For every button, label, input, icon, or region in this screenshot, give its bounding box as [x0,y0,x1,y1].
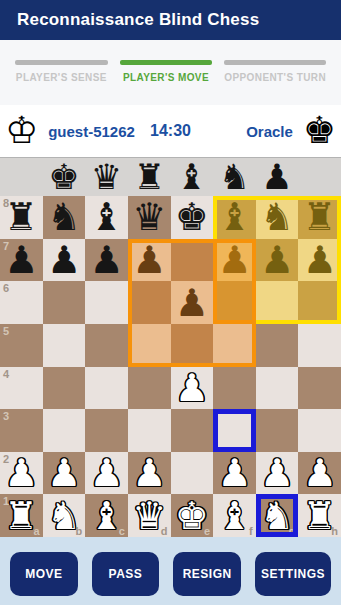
square-f5[interactable] [213,324,256,367]
tab-progress-bar-active [120,60,213,65]
piece-black-pawn: ♟ [90,241,124,279]
piece-black-pawn: ♟ [47,241,81,279]
square-d5[interactable] [128,324,171,367]
rank-label-6: 6 [3,282,9,294]
file-label-e: e [204,525,210,537]
piece-black-knight: ♞ [47,198,81,236]
file-label-d: d [161,525,168,537]
square-c1[interactable]: c♝ [85,494,128,537]
square-f1[interactable]: f♝ [213,494,256,537]
black-king-icon: ♚ [303,111,336,151]
square-e7[interactable] [171,239,214,282]
tab-progress-bar [224,60,326,65]
tray-piece-queen[interactable]: ♛ [85,158,128,196]
square-a2[interactable]: 2♟ [0,452,43,495]
square-g2[interactable]: ♟ [256,452,299,495]
piece-black-bishop: ♝ [90,198,124,236]
square-h6[interactable] [298,281,341,324]
square-b3[interactable] [43,409,86,452]
piece-white-pawn: ♟ [260,454,294,492]
square-d4[interactable] [128,367,171,410]
square-f6[interactable] [213,281,256,324]
piece-white-pawn: ♟ [217,454,251,492]
square-g4[interactable] [256,367,299,410]
square-b5[interactable] [43,324,86,367]
square-a6[interactable]: 6 [0,281,43,324]
rank-label-8: 8 [3,197,9,209]
black-player-group: Oracle ♚ [191,111,336,151]
square-h3[interactable] [298,409,341,452]
piece-white-pawn: ♟ [175,369,209,407]
square-c7[interactable]: ♟ [85,239,128,282]
piece-white-bishop: ♝ [217,497,251,535]
square-c4[interactable] [85,367,128,410]
piece-black-king: ♚ [175,198,209,236]
square-f2[interactable]: ♟ [213,452,256,495]
rank-label-1: 1 [3,495,9,507]
square-f8[interactable]: ♝ [213,196,256,239]
square-g5[interactable] [256,324,299,367]
white-player-name: guest-51262 [48,123,135,140]
black-player-name: Oracle [246,123,293,140]
piece-black-rook: ♜ [4,198,38,236]
piece-black-pawn: ♟ [217,241,251,279]
tab-opponents-turn[interactable]: OPPONENT'S TURN [224,40,326,105]
page-title: Reconnaissance Blind Chess [17,10,259,30]
square-e1[interactable]: e♚ [171,494,214,537]
square-f7[interactable]: ♟ [213,239,256,282]
square-c3[interactable] [85,409,128,452]
square-d8[interactable]: ♛ [128,196,171,239]
tab-progress-bar [15,60,108,65]
tray-piece-pawn[interactable]: ♟ [256,158,299,196]
square-g1[interactable]: g♞ [256,494,299,537]
piece-white-pawn: ♟ [4,454,38,492]
square-g7[interactable]: ♟ [256,239,299,282]
file-label-b: b [76,525,83,537]
file-label-f: f [249,525,253,537]
piece-tray: ♚♛♜♝♞♟ [0,157,341,196]
piece-white-pawn: ♟ [90,454,124,492]
tab-players-move[interactable]: PLAYER'S MOVE [120,40,213,105]
player-info-bar: ♔ guest-51262 14:30 Oracle ♚ [0,105,341,157]
square-a8[interactable]: 8♜ [0,196,43,239]
square-b4[interactable] [43,367,86,410]
square-f3[interactable] [213,409,256,452]
tray-piece-king[interactable]: ♚ [43,158,86,196]
square-c2[interactable]: ♟ [85,452,128,495]
file-label-g: g [289,525,296,537]
square-g3[interactable] [256,409,299,452]
square-g8[interactable]: ♞ [256,196,299,239]
square-e6[interactable]: ♟ [171,281,214,324]
piece-white-pawn: ♟ [303,454,337,492]
rank-label-5: 5 [3,325,9,337]
piece-black-queen: ♛ [132,198,166,236]
square-a5[interactable]: 5 [0,324,43,367]
square-d7[interactable]: ♟ [128,239,171,282]
square-d1[interactable]: d♛ [128,494,171,537]
square-c5[interactable] [85,324,128,367]
rank-label-2: 2 [3,453,9,465]
square-b8[interactable]: ♞ [43,196,86,239]
piece-white-pawn: ♟ [132,454,166,492]
file-label-c: c [119,525,125,537]
action-bar: MOVE PASS RESIGN SETTINGS [0,537,341,605]
square-c8[interactable]: ♝ [85,196,128,239]
piece-black-pawn: ♟ [132,241,166,279]
piece-black-rook: ♜ [303,198,337,236]
square-g6[interactable] [256,281,299,324]
tab-label: PLAYER'S SENSE [15,72,108,83]
phase-tabs: PLAYER'S SENSE PLAYER'S MOVE OPPONENT'S … [0,40,341,105]
square-e2[interactable] [171,452,214,495]
square-a3[interactable]: 3 [0,409,43,452]
square-c6[interactable] [85,281,128,324]
piece-black-pawn: ♟ [4,241,38,279]
square-e4[interactable]: ♟ [171,367,214,410]
tab-players-sense[interactable]: PLAYER'S SENSE [15,40,108,105]
piece-black-knight: ♞ [260,198,294,236]
square-b1[interactable]: b♞ [43,494,86,537]
piece-black-pawn: ♟ [175,284,209,322]
square-e8[interactable]: ♚ [171,196,214,239]
square-e3[interactable] [171,409,214,452]
rbc-app: Reconnaissance Blind Chess PLAYER'S SENS… [0,0,341,605]
rank-label-7: 7 [3,240,9,252]
chess-board: 8♜♞♝♛♚♝♞♜7♟♟♟♟♟♟♟6♟54♟32♟♟♟♟♟♟♟1a♜b♞c♝d♛… [0,196,341,537]
resign-button[interactable]: RESIGN [173,552,241,596]
square-h7[interactable]: ♟ [298,239,341,282]
tray-piece-rook[interactable]: ♜ [128,158,171,196]
file-label-h: h [331,525,338,537]
rank-label-4: 4 [3,368,9,380]
square-h4[interactable] [298,367,341,410]
tab-label: OPPONENT'S TURN [224,72,326,83]
app-header: Reconnaissance Blind Chess [0,0,341,40]
square-f4[interactable] [213,367,256,410]
white-player-group: ♔ guest-51262 [5,111,150,151]
square-e5[interactable] [171,324,214,367]
piece-black-pawn: ♟ [260,241,294,279]
pass-button[interactable]: PASS [92,552,160,596]
tab-label: PLAYER'S MOVE [120,72,213,83]
file-label-a: a [34,525,40,537]
piece-white-pawn: ♟ [47,454,81,492]
square-a7[interactable]: 7♟ [0,239,43,282]
square-h5[interactable] [298,324,341,367]
square-h8[interactable]: ♜ [298,196,341,239]
square-d2[interactable]: ♟ [128,452,171,495]
game-clock: 14:30 [150,122,191,140]
rank-label-3: 3 [3,410,9,422]
square-h1[interactable]: h♜ [298,494,341,537]
piece-black-bishop: ♝ [217,198,251,236]
tray-piece-bishop[interactable]: ♝ [171,158,214,196]
square-a1[interactable]: 1a♜ [0,494,43,537]
piece-black-pawn: ♟ [303,241,337,279]
square-b6[interactable] [43,281,86,324]
tray-piece-knight[interactable]: ♞ [213,158,256,196]
square-b2[interactable]: ♟ [43,452,86,495]
move-button[interactable]: MOVE [10,552,78,596]
settings-button[interactable]: SETTINGS [255,552,331,596]
white-king-icon: ♔ [5,111,38,151]
square-d6[interactable] [128,281,171,324]
square-d3[interactable] [128,409,171,452]
square-h2[interactable]: ♟ [298,452,341,495]
square-a4[interactable]: 4 [0,367,43,410]
square-b7[interactable]: ♟ [43,239,86,282]
